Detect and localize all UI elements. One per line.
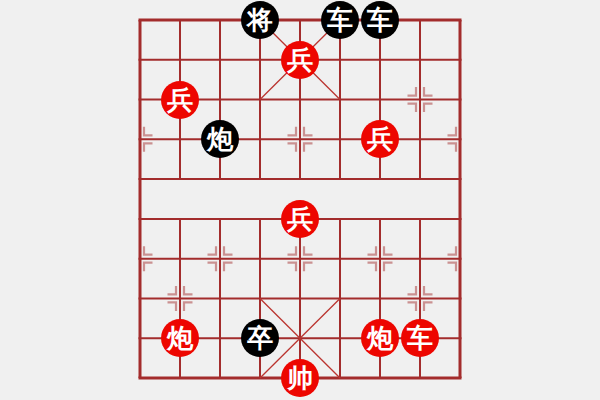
- xiangqi-board: 将车车兵兵炮兵兵炮卒炮车帅: [120, 0, 480, 398]
- piece-black-chariot[interactable]: 车: [321, 1, 359, 39]
- piece-black-cannon[interactable]: 炮: [201, 120, 239, 158]
- piece-black-general[interactable]: 将: [241, 1, 279, 39]
- piece-black-chariot[interactable]: 车: [361, 1, 399, 39]
- piece-red-soldier[interactable]: 兵: [281, 41, 319, 79]
- piece-red-soldier[interactable]: 兵: [281, 200, 319, 238]
- xiangqi-diagram: 将车车兵兵炮兵兵炮卒炮车帅: [0, 0, 600, 400]
- piece-red-soldier[interactable]: 兵: [361, 120, 399, 158]
- piece-red-general[interactable]: 帅: [281, 359, 319, 397]
- piece-red-cannon[interactable]: 炮: [161, 319, 199, 357]
- piece-red-chariot[interactable]: 车: [401, 319, 439, 357]
- piece-red-cannon[interactable]: 炮: [361, 319, 399, 357]
- piece-red-soldier[interactable]: 兵: [161, 81, 199, 119]
- piece-black-soldier[interactable]: 卒: [241, 319, 279, 357]
